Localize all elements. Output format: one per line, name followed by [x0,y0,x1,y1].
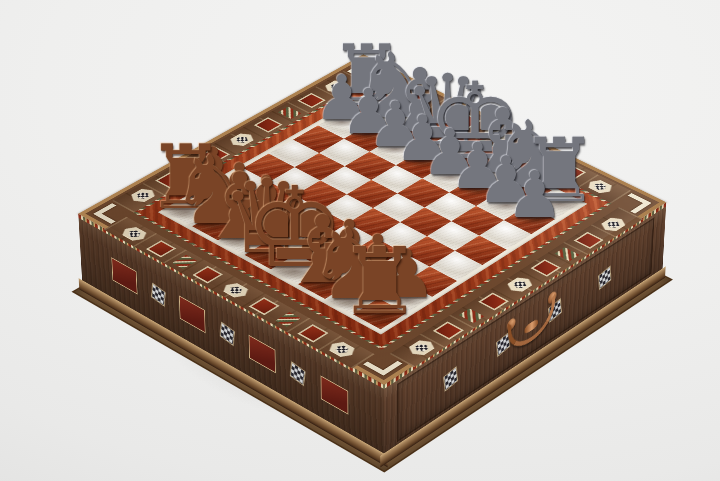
mosaic-red-tile-icon [297,324,328,342]
mosaic-stripe-icon [181,161,205,174]
checkered-inlay-icon [219,321,234,346]
mosaic-stripe-icon [459,308,484,323]
mosaic-stripe-icon [555,247,580,261]
mosaic-stripe-icon [172,255,197,269]
mosaic-red-tile-icon [478,292,509,310]
red-rectangle-inlay-icon [320,375,348,414]
mosaic-stripe-icon [276,312,301,327]
mosaic-lozenge-icon [504,275,536,294]
red-rectangle-inlay-icon [249,334,276,373]
mosaic-stripe-icon [278,107,301,119]
mosaic-red-tile-icon [146,240,176,257]
mosaic-red-tile-icon [530,259,560,276]
mosaic-stripe-icon [535,154,558,167]
mosaic-lozenge-icon [598,215,630,233]
checkered-inlay-icon [151,282,166,306]
mosaic-red-tile-icon [574,232,604,249]
mosaic-red-tile-icon [433,321,464,339]
mosaic-stripe-icon [433,104,456,116]
checkered-inlay-icon [290,361,306,386]
mosaic-lozenge-icon [219,281,252,300]
mosaic-lozenge-icon [118,225,150,243]
checkered-inlay-icon [598,265,611,290]
mosaic-red-tile-icon [193,266,224,284]
mosaic-red-tile-icon [248,297,279,315]
product-photo-stage: ♜♞♝♛♚♝♞♜♟♟♟♟♟♟♟♟♟♟♟♟♟♟♟♟♜♞♝♛♚♝♞♜ [0,0,720,481]
red-rectangle-inlay-icon [179,295,206,333]
mosaic-lozenge-icon [325,340,359,360]
checkered-inlay-icon [443,366,458,391]
red-rectangle-inlay-icon [112,257,138,294]
chess-box-scene [0,0,720,481]
